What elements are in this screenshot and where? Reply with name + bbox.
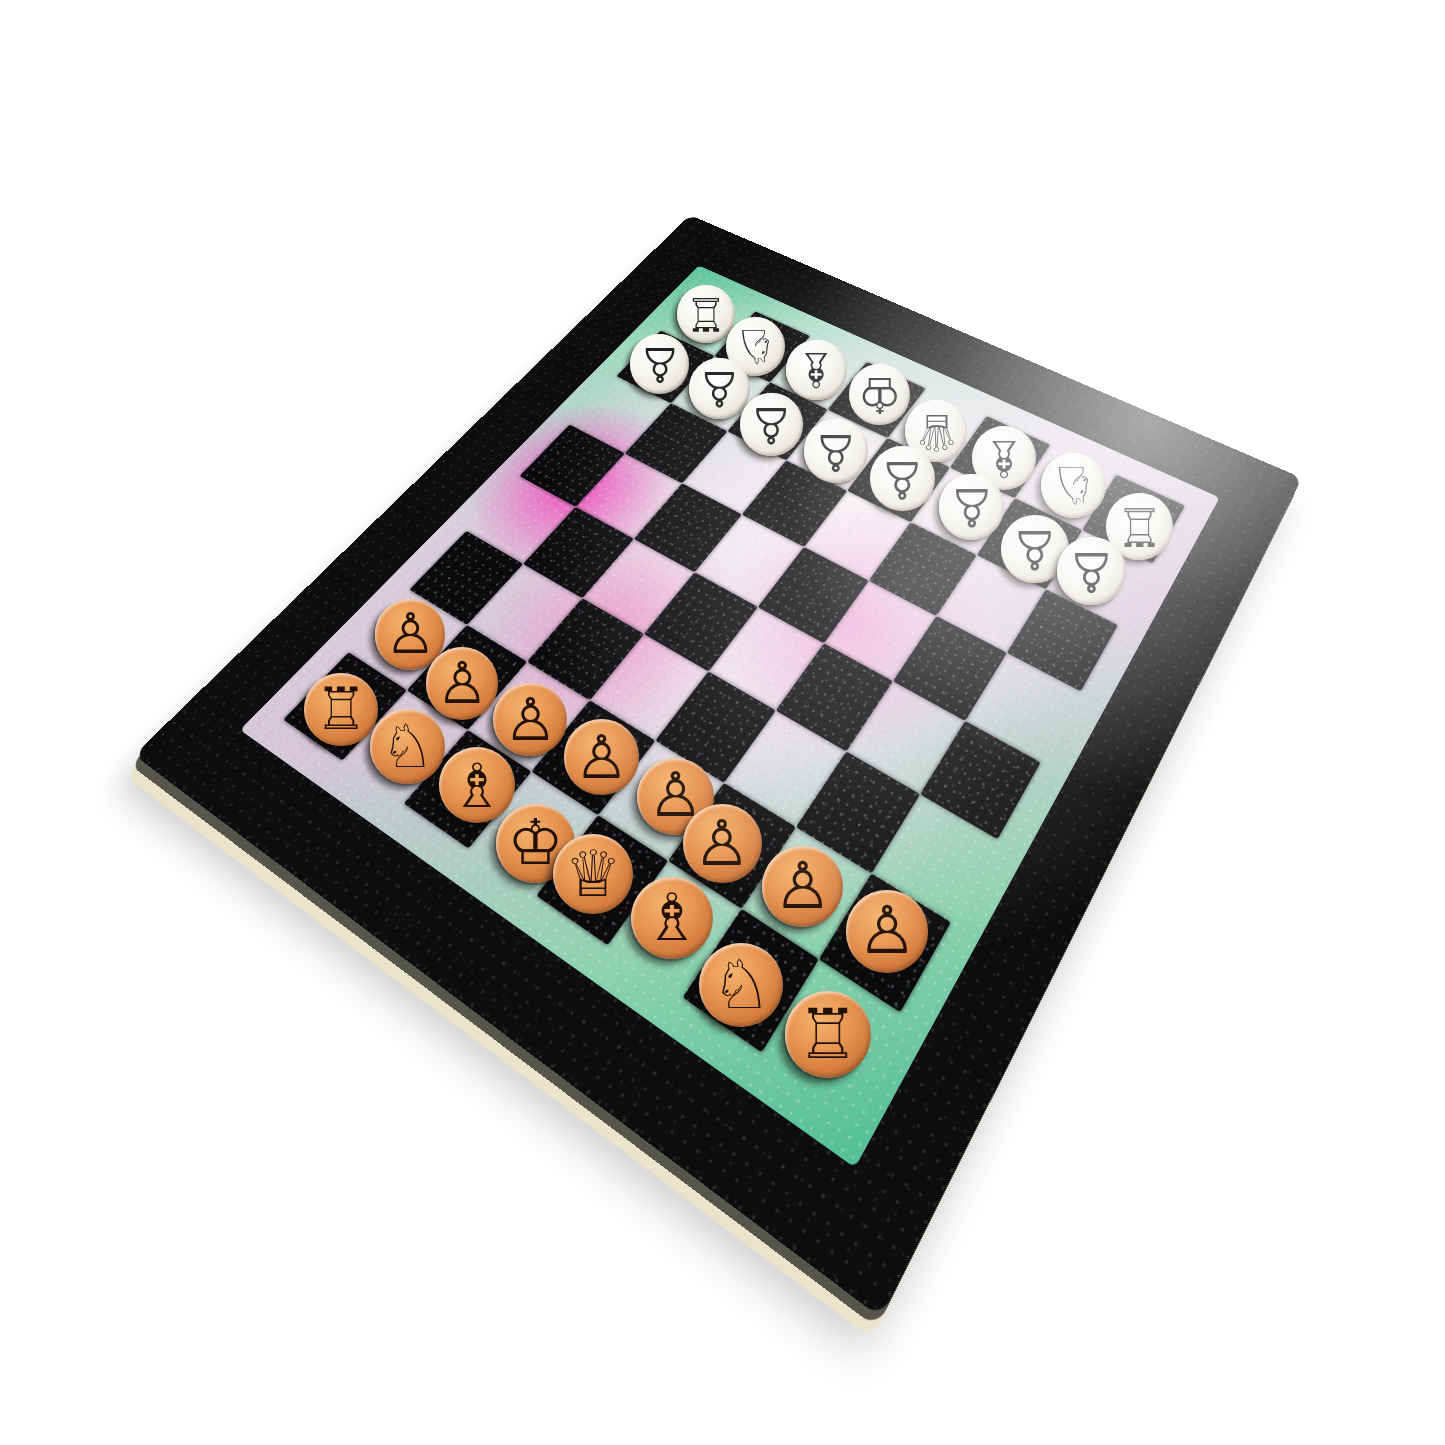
orange-knight-glyph: ♘ bbox=[370, 709, 445, 784]
piece-orange-knight-g1[interactable]: ♘ bbox=[699, 943, 784, 1028]
piece-white-king-d8[interactable]: ♔ bbox=[849, 364, 910, 425]
pieces-layer: ♖♘♗♔♕♗♘♖♙♙♙♙♙♙♙♙♙♙♙♙♙♙♙♙♖♘♗♔♕♗♘♖ bbox=[0, 0, 1445, 1445]
orange-rook-glyph: ♖ bbox=[304, 673, 377, 746]
piece-white-pawn-e7[interactable]: ♙ bbox=[870, 446, 935, 511]
orange-rook-glyph: ♖ bbox=[785, 991, 872, 1078]
piece-orange-pawn-g2[interactable]: ♙ bbox=[762, 846, 843, 927]
orange-pawn-glyph: ♙ bbox=[564, 719, 639, 794]
piece-orange-knight-b1[interactable]: ♘ bbox=[370, 709, 445, 784]
orange-pawn-glyph: ♙ bbox=[846, 890, 929, 973]
white-pawn-glyph: ♙ bbox=[804, 419, 868, 483]
piece-orange-rook-h1[interactable]: ♖ bbox=[785, 991, 872, 1078]
orange-knight-glyph: ♘ bbox=[699, 943, 784, 1028]
piece-orange-pawn-d2[interactable]: ♙ bbox=[564, 719, 639, 794]
orange-pawn-glyph: ♙ bbox=[493, 683, 567, 757]
piece-orange-pawn-h2[interactable]: ♙ bbox=[846, 890, 929, 973]
white-pawn-glyph: ♙ bbox=[870, 446, 935, 511]
piece-orange-pawn-f2[interactable]: ♙ bbox=[683, 804, 762, 883]
orange-queen-glyph: ♕ bbox=[553, 834, 633, 914]
white-pawn-glyph: ♙ bbox=[630, 334, 690, 394]
orange-pawn-glyph: ♙ bbox=[683, 804, 762, 883]
piece-white-pawn-f7[interactable]: ♙ bbox=[939, 474, 1005, 540]
white-pawn-glyph: ♙ bbox=[1057, 537, 1126, 606]
orange-pawn-glyph: ♙ bbox=[762, 846, 843, 927]
piece-orange-queen-e1[interactable]: ♕ bbox=[553, 834, 633, 914]
piece-orange-rook-a1[interactable]: ♖ bbox=[304, 673, 377, 746]
white-bishop-glyph: ♗ bbox=[786, 340, 846, 400]
photo-stage: ♖♘♗♔♕♗♘♖♙♙♙♙♙♙♙♙♙♙♙♙♙♙♙♙♖♘♗♔♕♗♘♖ bbox=[0, 0, 1445, 1445]
piece-white-pawn-h7[interactable]: ♙ bbox=[1057, 537, 1126, 606]
piece-white-pawn-c7[interactable]: ♙ bbox=[740, 393, 802, 455]
white-pawn-glyph: ♙ bbox=[740, 393, 802, 455]
white-pawn-glyph: ♙ bbox=[939, 474, 1005, 540]
piece-white-knight-g8[interactable]: ♘ bbox=[1041, 453, 1106, 518]
white-king-glyph: ♔ bbox=[849, 364, 910, 425]
piece-white-pawn-a7[interactable]: ♙ bbox=[630, 334, 690, 394]
piece-white-pawn-d7[interactable]: ♙ bbox=[804, 419, 868, 483]
white-knight-glyph: ♘ bbox=[1041, 453, 1106, 518]
piece-white-bishop-c8[interactable]: ♗ bbox=[786, 340, 846, 400]
piece-orange-pawn-c2[interactable]: ♙ bbox=[493, 683, 567, 757]
